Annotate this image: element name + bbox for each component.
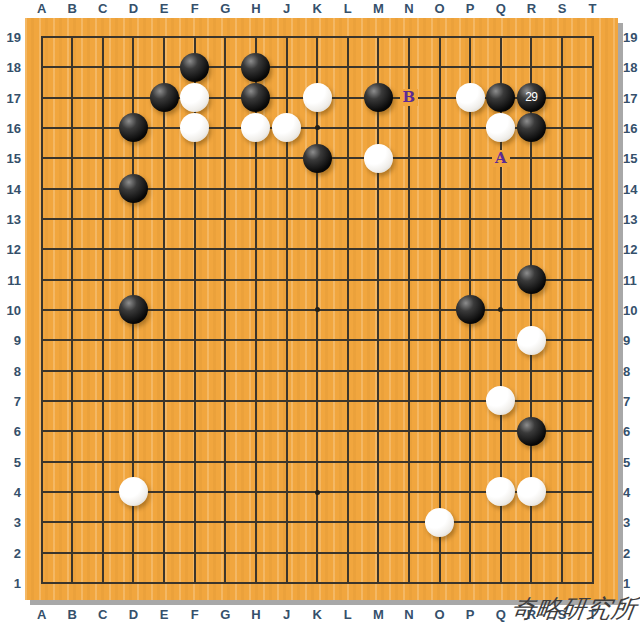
coord-label: P [459,1,481,16]
coord-label: K [306,607,328,622]
stone-white-D4[interactable] [119,477,148,506]
coord-label: N [398,1,420,16]
coord-label: O [429,607,451,622]
stone-white-M15[interactable] [364,144,393,173]
coord-label: J [276,1,298,16]
coord-label: L [337,607,359,622]
coord-label: O [429,1,451,16]
coord-label: S [551,1,573,16]
coord-label: 19 [0,30,21,45]
stone-white-Q7[interactable] [486,386,515,415]
stone-white-H16[interactable] [241,113,270,142]
coord-label: G [214,1,236,16]
coord-label: 9 [623,333,640,348]
coord-label: C [92,1,114,16]
coord-label: 13 [0,212,21,227]
stone-white-J16[interactable] [272,113,301,142]
stone-white-R9[interactable] [517,326,546,355]
coord-label: 6 [623,424,640,439]
stone-white-R4[interactable] [517,477,546,506]
stone-black-H18[interactable] [241,53,270,82]
go-diagram: ABCDEFGHJKLMNOPQRST ABCDEFGHJKLMNOPQRST … [0,0,640,624]
coord-label: 6 [0,424,21,439]
coord-label: 14 [623,182,640,197]
coord-label: 9 [0,333,21,348]
watermark-text: 奇略研究所 [509,596,638,622]
coord-label: 17 [0,91,21,106]
stone-white-Q16[interactable] [486,113,515,142]
coord-label: 1 [0,576,21,591]
stone-black-D10[interactable] [119,295,148,324]
stone-white-F16[interactable] [180,113,209,142]
coord-label: 18 [0,60,21,75]
coord-label: E [153,1,175,16]
stone-white-K17[interactable] [303,83,332,112]
stone-black-H17[interactable] [241,83,270,112]
coord-label: D [122,1,144,16]
coord-label: M [367,607,389,622]
coord-label: 13 [623,212,640,227]
coord-label: M [367,1,389,16]
coord-label: 10 [0,303,21,318]
coord-label: R [520,1,542,16]
coord-label: 16 [623,121,640,136]
coord-label: 3 [0,515,21,530]
coord-label: F [184,607,206,622]
stone-white-F17[interactable] [180,83,209,112]
coord-label: 12 [0,242,21,257]
coord-label: K [306,1,328,16]
coord-label: F [184,1,206,16]
coord-label: H [245,607,267,622]
stone-black-Q17[interactable] [486,83,515,112]
coord-label: 7 [0,394,21,409]
coord-label: E [153,607,175,622]
coord-label: 2 [0,546,21,561]
stone-black-D14[interactable] [119,174,148,203]
stone-black-P10[interactable] [456,295,485,324]
coord-label: 8 [623,364,640,379]
coord-label: L [337,1,359,16]
stones-grid: 29AB [26,22,608,599]
coord-label: 8 [0,364,21,379]
coord-label: P [459,607,481,622]
stone-black-D16[interactable] [119,113,148,142]
coord-label: 19 [623,30,640,45]
coord-label: A [31,607,53,622]
coord-label: 16 [0,121,21,136]
coord-label: B [61,1,83,16]
coord-label: C [92,607,114,622]
coord-label: 4 [623,485,640,500]
coord-label: 18 [623,60,640,75]
coord-label: 1 [623,576,640,591]
coord-label: N [398,607,420,622]
stone-black-F18[interactable] [180,53,209,82]
stone-black-R16[interactable] [517,113,546,142]
stone-black-R6[interactable] [517,417,546,446]
stone-black-R11[interactable] [517,265,546,294]
coord-label: J [276,607,298,622]
coord-label: 14 [0,182,21,197]
stone-black-R17[interactable]: 29 [517,83,546,112]
go-board[interactable]: 29AB [25,18,618,600]
stone-white-P17[interactable] [456,83,485,112]
stone-black-M17[interactable] [364,83,393,112]
coord-label: 5 [0,455,21,470]
coord-label: 15 [623,151,640,166]
stone-white-O3[interactable] [425,508,454,537]
coord-label: 2 [623,546,640,561]
coord-label: T [582,1,604,16]
move-number: 29 [525,91,537,103]
coord-label: A [31,1,53,16]
coord-label: 15 [0,151,21,166]
coord-label: G [214,607,236,622]
coord-label: 3 [623,515,640,530]
coord-label: 11 [0,273,21,288]
coord-label: B [61,607,83,622]
coord-label: 10 [623,303,640,318]
coord-label: 7 [623,394,640,409]
coord-label: 5 [623,455,640,470]
mark-label-B[interactable]: B [400,89,419,106]
stone-black-E17[interactable] [150,83,179,112]
coord-label: H [245,1,267,16]
coord-label: 4 [0,485,21,500]
coord-label: 17 [623,91,640,106]
coord-label: 11 [623,273,640,288]
mark-label-A[interactable]: A [492,150,510,167]
stone-black-K15[interactable] [303,144,332,173]
stone-white-Q4[interactable] [486,477,515,506]
coord-label: 12 [623,242,640,257]
coord-label: D [122,607,144,622]
coord-label: Q [490,1,512,16]
